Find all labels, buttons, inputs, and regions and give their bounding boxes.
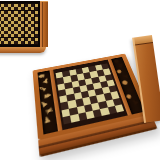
lid-inlay-panel — [0, 1, 40, 47]
product-photo-scene: ♞♟♝♞♟♜♟ ●♞●♟●♛●♟ — [0, 0, 160, 160]
closed-box-wood-frame — [40, 1, 48, 47]
closed-box-top — [0, 1, 48, 47]
chess-piece-icon: ♟ — [42, 115, 52, 126]
closed-chess-box — [0, 1, 48, 54]
closed-box-side-face — [0, 47, 46, 53]
lid-square — [35, 41, 38, 44]
board-square — [115, 104, 125, 112]
chess-piece-icon: ♟ — [130, 97, 141, 107]
sliding-lid-end-cap — [132, 35, 153, 46]
lid-checkerboard — [0, 4, 38, 44]
checker-disc-icon: ● — [121, 79, 129, 86]
